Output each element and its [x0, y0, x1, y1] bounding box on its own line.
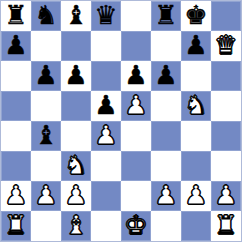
square-b3[interactable]: [31, 151, 61, 181]
square-c4[interactable]: [61, 121, 91, 151]
square-g6[interactable]: [181, 61, 211, 91]
square-a3[interactable]: [1, 151, 31, 181]
square-e2[interactable]: [121, 181, 151, 211]
square-f3[interactable]: [151, 151, 181, 181]
piece-black-pawn[interactable]: ♟: [64, 62, 87, 88]
piece-white-rook[interactable]: ♜: [214, 212, 237, 238]
square-g2[interactable]: ♟: [181, 181, 211, 211]
square-h3[interactable]: [211, 151, 241, 181]
piece-black-pawn[interactable]: ♟: [124, 62, 147, 88]
square-d2[interactable]: [91, 181, 121, 211]
square-e7[interactable]: [121, 31, 151, 61]
square-e3[interactable]: [121, 151, 151, 181]
square-g7[interactable]: ♟: [181, 31, 211, 61]
piece-white-king[interactable]: ♚: [124, 212, 147, 238]
piece-white-rook[interactable]: ♜: [4, 212, 27, 238]
piece-black-knight[interactable]: ♞: [34, 2, 57, 28]
square-f8[interactable]: ♜: [151, 1, 181, 31]
piece-white-pawn[interactable]: ♟: [94, 122, 117, 148]
piece-white-pawn[interactable]: ♟: [4, 182, 27, 208]
square-f6[interactable]: ♟: [151, 61, 181, 91]
square-e5[interactable]: ♟: [121, 91, 151, 121]
piece-black-pawn[interactable]: ♟: [154, 62, 177, 88]
square-d6[interactable]: [91, 61, 121, 91]
piece-black-pawn[interactable]: ♟: [94, 92, 117, 118]
square-g1[interactable]: [181, 211, 211, 241]
piece-white-pawn[interactable]: ♟: [214, 182, 237, 208]
square-c1[interactable]: ♝: [61, 211, 91, 241]
square-a4[interactable]: [1, 121, 31, 151]
square-g8[interactable]: ♚: [181, 1, 211, 31]
square-a5[interactable]: [1, 91, 31, 121]
piece-white-pawn[interactable]: ♟: [154, 182, 177, 208]
square-e4[interactable]: [121, 121, 151, 151]
square-d5[interactable]: ♟: [91, 91, 121, 121]
chess-board-container: ♜♞♝♛♜♚♟♟♛♟♟♟♟♟♟♞♝♟♞♟♟♟♟♟♟♜♝♚♜: [0, 0, 242, 242]
square-b2[interactable]: ♟: [31, 181, 61, 211]
square-a7[interactable]: ♟: [1, 31, 31, 61]
square-h4[interactable]: [211, 121, 241, 151]
chess-board: ♜♞♝♛♜♚♟♟♛♟♟♟♟♟♟♞♝♟♞♟♟♟♟♟♟♜♝♚♜: [0, 0, 242, 242]
piece-white-bishop[interactable]: ♝: [64, 212, 87, 238]
square-f1[interactable]: [151, 211, 181, 241]
square-d3[interactable]: [91, 151, 121, 181]
piece-black-rook[interactable]: ♜: [4, 2, 27, 28]
square-c8[interactable]: ♝: [61, 1, 91, 31]
square-f2[interactable]: ♟: [151, 181, 181, 211]
square-e1[interactable]: ♚: [121, 211, 151, 241]
square-b8[interactable]: ♞: [31, 1, 61, 31]
square-f5[interactable]: [151, 91, 181, 121]
square-d1[interactable]: [91, 211, 121, 241]
square-b7[interactable]: [31, 31, 61, 61]
piece-white-knight[interactable]: ♞: [64, 152, 87, 178]
square-h8[interactable]: [211, 1, 241, 31]
square-a6[interactable]: [1, 61, 31, 91]
square-g4[interactable]: [181, 121, 211, 151]
piece-white-knight[interactable]: ♞: [184, 92, 207, 118]
piece-white-pawn[interactable]: ♟: [124, 92, 147, 118]
square-e8[interactable]: [121, 1, 151, 31]
square-c2[interactable]: ♟: [61, 181, 91, 211]
square-c7[interactable]: [61, 31, 91, 61]
square-h5[interactable]: [211, 91, 241, 121]
square-f7[interactable]: [151, 31, 181, 61]
piece-white-queen[interactable]: ♛: [214, 32, 237, 58]
piece-black-queen[interactable]: ♛: [94, 2, 117, 28]
square-d8[interactable]: ♛: [91, 1, 121, 31]
square-c6[interactable]: ♟: [61, 61, 91, 91]
square-a8[interactable]: ♜: [1, 1, 31, 31]
square-f4[interactable]: [151, 121, 181, 151]
square-b6[interactable]: ♟: [31, 61, 61, 91]
piece-white-pawn[interactable]: ♟: [34, 182, 57, 208]
square-b1[interactable]: [31, 211, 61, 241]
piece-black-pawn[interactable]: ♟: [34, 62, 57, 88]
square-h2[interactable]: ♟: [211, 181, 241, 211]
square-h1[interactable]: ♜: [211, 211, 241, 241]
square-h6[interactable]: [211, 61, 241, 91]
square-c3[interactable]: ♞: [61, 151, 91, 181]
square-g3[interactable]: [181, 151, 211, 181]
square-h7[interactable]: ♛: [211, 31, 241, 61]
square-g5[interactable]: ♞: [181, 91, 211, 121]
piece-white-pawn[interactable]: ♟: [184, 182, 207, 208]
square-a1[interactable]: ♜: [1, 211, 31, 241]
piece-black-bishop[interactable]: ♝: [34, 122, 57, 148]
square-c5[interactable]: [61, 91, 91, 121]
piece-black-king[interactable]: ♚: [184, 2, 207, 28]
piece-black-rook[interactable]: ♜: [154, 2, 177, 28]
square-b4[interactable]: ♝: [31, 121, 61, 151]
square-d7[interactable]: [91, 31, 121, 61]
piece-black-pawn[interactable]: ♟: [184, 32, 207, 58]
square-b5[interactable]: [31, 91, 61, 121]
square-d4[interactable]: ♟: [91, 121, 121, 151]
square-a2[interactable]: ♟: [1, 181, 31, 211]
piece-black-pawn[interactable]: ♟: [4, 32, 27, 58]
square-e6[interactable]: ♟: [121, 61, 151, 91]
piece-white-pawn[interactable]: ♟: [64, 182, 87, 208]
piece-black-bishop[interactable]: ♝: [64, 2, 87, 28]
